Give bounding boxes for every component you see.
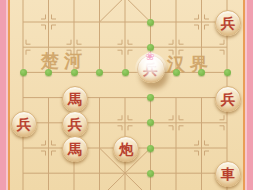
- red-horse[interactable]: 馬: [62, 136, 88, 162]
- red-soldier[interactable]: 兵: [215, 10, 241, 36]
- move-hint-dot[interactable]: [198, 69, 205, 76]
- piece-glyph: 車: [221, 167, 235, 181]
- move-hint-dot[interactable]: [173, 69, 180, 76]
- move-hint-dot[interactable]: [224, 69, 231, 76]
- app-background: 楚河 汉界 兵❀兵馬兵兵兵馬炮車: [0, 0, 253, 190]
- piece-glyph: 兵: [144, 62, 158, 76]
- piece-glyph: 馬: [68, 142, 82, 156]
- move-hint-dot[interactable]: [71, 69, 78, 76]
- piece-glyph: 兵: [221, 16, 235, 30]
- red-soldier[interactable]: 兵: [215, 86, 241, 112]
- red-cannon[interactable]: 炮: [113, 136, 139, 162]
- piece-glyph: 馬: [68, 92, 82, 106]
- move-hint-dot[interactable]: [147, 145, 154, 152]
- red-soldier[interactable]: 兵: [11, 111, 37, 137]
- piece-glyph: 兵: [221, 92, 235, 106]
- red-soldier[interactable]: ❀兵: [137, 55, 165, 83]
- move-hint-dot[interactable]: [122, 69, 129, 76]
- red-horse[interactable]: 馬: [62, 86, 88, 112]
- move-hint-dot[interactable]: [45, 69, 52, 76]
- move-hint-dot[interactable]: [147, 170, 154, 177]
- move-hint-dot[interactable]: [20, 69, 27, 76]
- piece-glyph: 兵: [17, 117, 31, 131]
- move-hint-dot[interactable]: [147, 19, 154, 26]
- piece-glyph: 兵: [68, 117, 82, 131]
- red-chariot[interactable]: 車: [215, 161, 241, 187]
- selection-flower-icon: ❀: [146, 51, 155, 62]
- piece-glyph: 炮: [119, 142, 133, 156]
- red-soldier[interactable]: 兵: [62, 111, 88, 137]
- move-hint-dot[interactable]: [96, 69, 103, 76]
